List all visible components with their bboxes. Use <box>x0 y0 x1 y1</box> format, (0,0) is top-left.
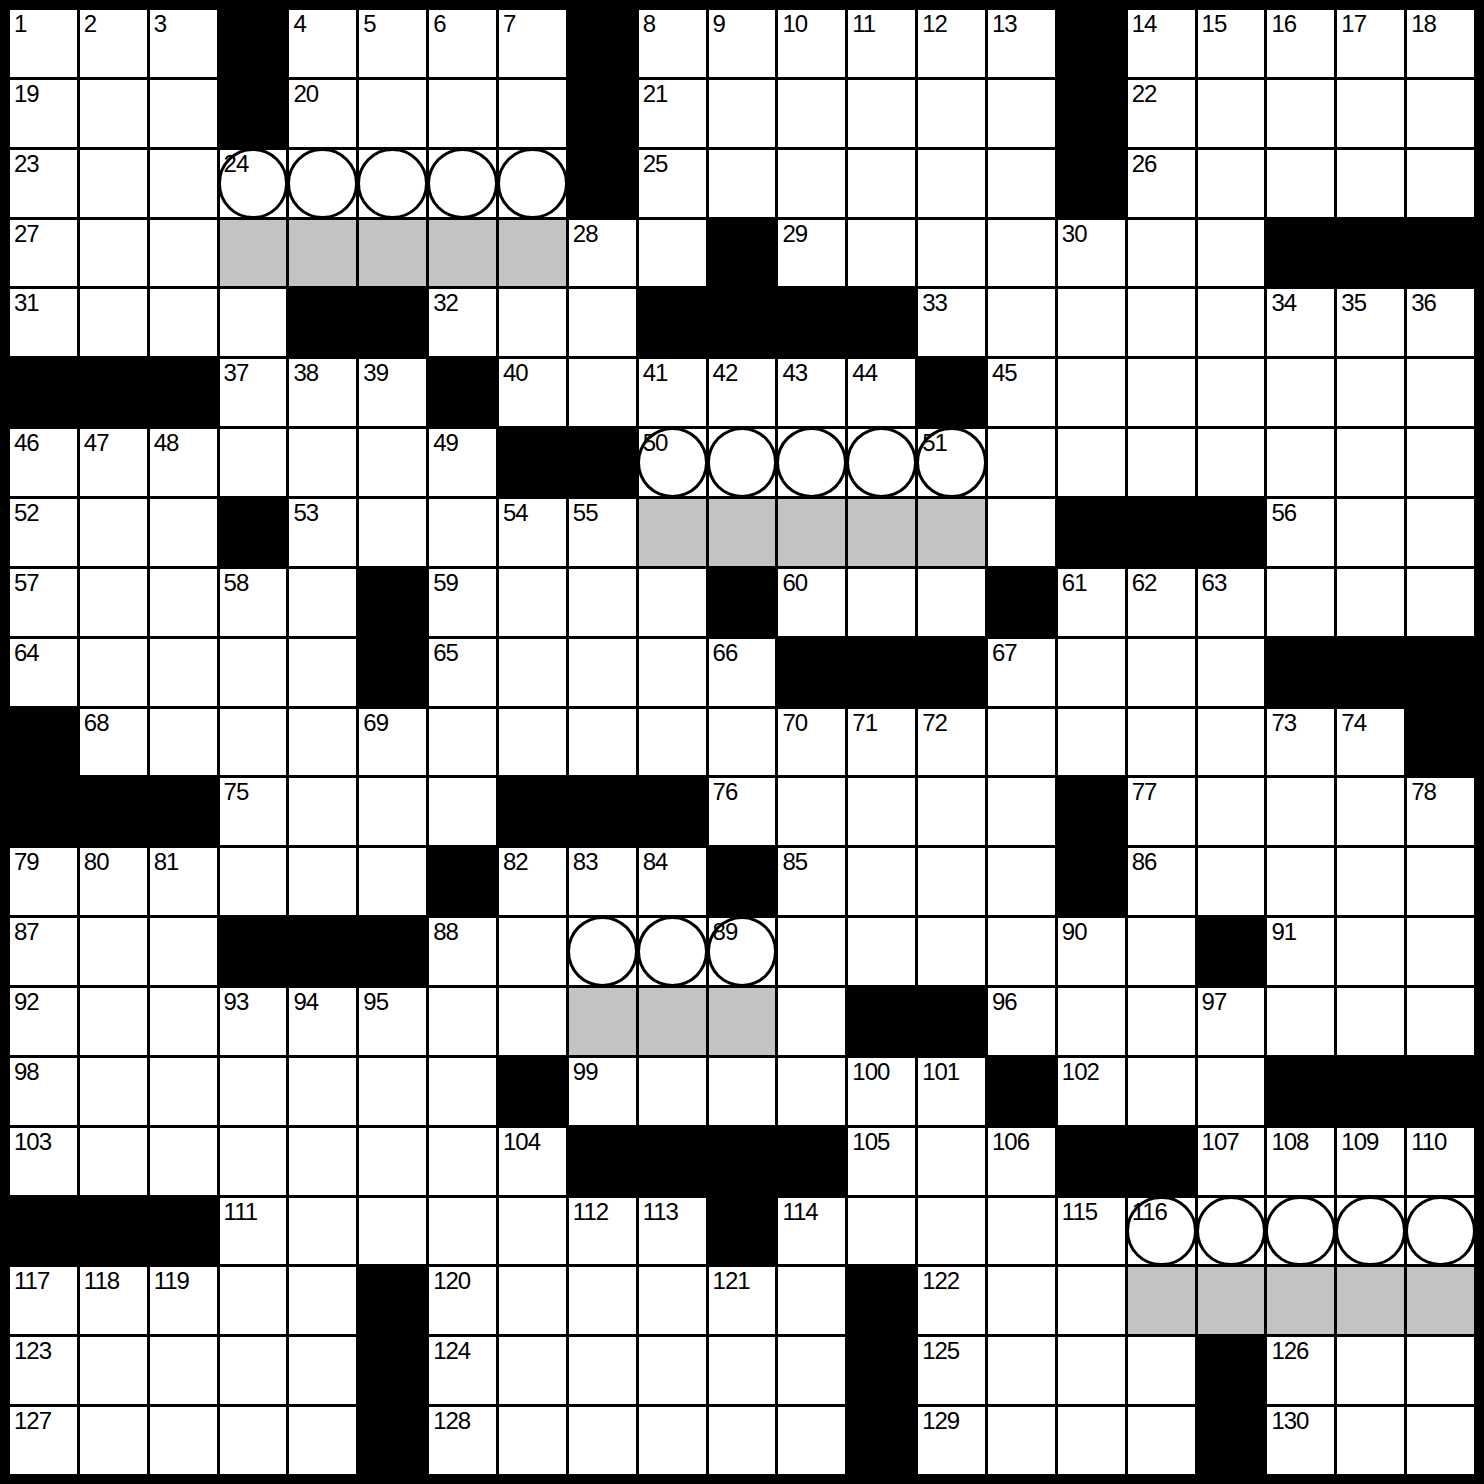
cell-r7c5[interactable] <box>289 429 356 496</box>
cell-r11c15[interactable] <box>988 709 1055 776</box>
cell-r7c4[interactable] <box>220 429 287 496</box>
cell-r20c19[interactable]: 126 <box>1267 1337 1334 1404</box>
cell-r14c8[interactable] <box>499 918 566 985</box>
cell-r4c1[interactable]: 27 <box>10 220 77 287</box>
cell-r14c14[interactable] <box>918 918 985 985</box>
cell-r9c18[interactable]: 63 <box>1198 569 1265 636</box>
cell-r21c10[interactable] <box>639 1407 706 1474</box>
cell-r21c4[interactable] <box>220 1407 287 1474</box>
cell-r2c12[interactable] <box>778 80 845 147</box>
cell-r8c10[interactable] <box>639 499 706 566</box>
cell-r18c20[interactable] <box>1337 1198 1404 1265</box>
cell-r14c17[interactable] <box>1128 918 1195 985</box>
cell-r8c3[interactable] <box>150 499 217 566</box>
cell-r5c18[interactable] <box>1198 289 1265 356</box>
cell-r4c4[interactable] <box>220 220 287 287</box>
cell-r6c11[interactable]: 42 <box>709 359 776 426</box>
cell-r8c21[interactable] <box>1407 499 1474 566</box>
cell-r4c17[interactable] <box>1128 220 1195 287</box>
cell-r1c18[interactable]: 15 <box>1198 10 1265 77</box>
cell-r12c6[interactable] <box>359 778 426 845</box>
cell-r9c13[interactable] <box>848 569 915 636</box>
cell-r12c4[interactable]: 75 <box>220 778 287 845</box>
cell-r3c18[interactable] <box>1198 150 1265 217</box>
cell-r15c15[interactable]: 96 <box>988 988 1055 1055</box>
cell-r15c20[interactable] <box>1337 988 1404 1055</box>
cell-r5c7[interactable]: 32 <box>429 289 496 356</box>
cell-r17c15[interactable]: 106 <box>988 1128 1055 1195</box>
cell-r6c19[interactable] <box>1267 359 1334 426</box>
cell-r15c6[interactable]: 95 <box>359 988 426 1055</box>
cell-r3c8[interactable] <box>499 150 566 217</box>
cell-r3c3[interactable] <box>150 150 217 217</box>
cell-r19c5[interactable] <box>289 1267 356 1334</box>
cell-r14c9[interactable] <box>569 918 636 985</box>
cell-r5c3[interactable] <box>150 289 217 356</box>
cell-r4c2[interactable] <box>80 220 147 287</box>
cell-r16c13[interactable]: 100 <box>848 1058 915 1125</box>
cell-r10c16[interactable] <box>1058 639 1125 706</box>
cell-r19c19[interactable] <box>1267 1267 1334 1334</box>
cell-r7c19[interactable] <box>1267 429 1334 496</box>
cell-r10c11[interactable]: 66 <box>709 639 776 706</box>
cell-r10c9[interactable] <box>569 639 636 706</box>
cell-r16c17[interactable] <box>1128 1058 1195 1125</box>
cell-r7c10[interactable]: 50 <box>639 429 706 496</box>
cell-r2c8[interactable] <box>499 80 566 147</box>
cell-r8c5[interactable]: 53 <box>289 499 356 566</box>
cell-r5c17[interactable] <box>1128 289 1195 356</box>
cell-r19c2[interactable]: 118 <box>80 1267 147 1334</box>
cell-r16c10[interactable] <box>639 1058 706 1125</box>
cell-r6c10[interactable]: 41 <box>639 359 706 426</box>
cell-r12c19[interactable] <box>1267 778 1334 845</box>
cell-r7c1[interactable]: 46 <box>10 429 77 496</box>
cell-r4c12[interactable]: 29 <box>778 220 845 287</box>
cell-r2c15[interactable] <box>988 80 1055 147</box>
cell-r2c14[interactable] <box>918 80 985 147</box>
cell-r14c7[interactable]: 88 <box>429 918 496 985</box>
cell-r8c7[interactable] <box>429 499 496 566</box>
cell-r1c15[interactable]: 13 <box>988 10 1055 77</box>
cell-r13c6[interactable] <box>359 848 426 915</box>
cell-r16c6[interactable] <box>359 1058 426 1125</box>
cell-r17c4[interactable] <box>220 1128 287 1195</box>
cell-r19c18[interactable] <box>1198 1267 1265 1334</box>
cell-r7c6[interactable] <box>359 429 426 496</box>
cell-r11c12[interactable]: 70 <box>778 709 845 776</box>
cell-r9c1[interactable]: 57 <box>10 569 77 636</box>
cell-r19c1[interactable]: 117 <box>10 1267 77 1334</box>
cell-r10c18[interactable] <box>1198 639 1265 706</box>
cell-r18c12[interactable]: 114 <box>778 1198 845 1265</box>
cell-r3c19[interactable] <box>1267 150 1334 217</box>
cell-r16c1[interactable]: 98 <box>10 1058 77 1125</box>
cell-r10c4[interactable] <box>220 639 287 706</box>
cell-r6c4[interactable]: 37 <box>220 359 287 426</box>
cell-r4c7[interactable] <box>429 220 496 287</box>
cell-r14c1[interactable]: 87 <box>10 918 77 985</box>
cell-r13c21[interactable] <box>1407 848 1474 915</box>
cell-r3c7[interactable] <box>429 150 496 217</box>
cell-r5c1[interactable]: 31 <box>10 289 77 356</box>
cell-r4c15[interactable] <box>988 220 1055 287</box>
cell-r18c8[interactable] <box>499 1198 566 1265</box>
cell-r2c18[interactable] <box>1198 80 1265 147</box>
cell-r19c10[interactable] <box>639 1267 706 1334</box>
cell-r21c5[interactable] <box>289 1407 356 1474</box>
cell-r16c4[interactable] <box>220 1058 287 1125</box>
cell-r7c16[interactable] <box>1058 429 1125 496</box>
cell-r9c16[interactable]: 61 <box>1058 569 1125 636</box>
cell-r4c18[interactable] <box>1198 220 1265 287</box>
cell-r7c3[interactable]: 48 <box>150 429 217 496</box>
cell-r1c8[interactable]: 7 <box>499 10 566 77</box>
cell-r3c2[interactable] <box>80 150 147 217</box>
cell-r15c10[interactable] <box>639 988 706 1055</box>
cell-r20c15[interactable] <box>988 1337 1055 1404</box>
cell-r20c4[interactable] <box>220 1337 287 1404</box>
cell-r14c15[interactable] <box>988 918 1055 985</box>
cell-r5c2[interactable] <box>80 289 147 356</box>
cell-r12c5[interactable] <box>289 778 356 845</box>
cell-r21c9[interactable] <box>569 1407 636 1474</box>
cell-r12c11[interactable]: 76 <box>709 778 776 845</box>
cell-r17c7[interactable] <box>429 1128 496 1195</box>
cell-r18c16[interactable]: 115 <box>1058 1198 1125 1265</box>
cell-r20c1[interactable]: 123 <box>10 1337 77 1404</box>
cell-r16c7[interactable] <box>429 1058 496 1125</box>
cell-r17c21[interactable]: 110 <box>1407 1128 1474 1195</box>
cell-r14c10[interactable] <box>639 918 706 985</box>
cell-r15c3[interactable] <box>150 988 217 1055</box>
cell-r4c8[interactable] <box>499 220 566 287</box>
cell-r16c5[interactable] <box>289 1058 356 1125</box>
cell-r15c1[interactable]: 92 <box>10 988 77 1055</box>
cell-r21c11[interactable] <box>709 1407 776 1474</box>
cell-r13c14[interactable] <box>918 848 985 915</box>
cell-r7c21[interactable] <box>1407 429 1474 496</box>
cell-r9c9[interactable] <box>569 569 636 636</box>
cell-r1c2[interactable]: 2 <box>80 10 147 77</box>
cell-r9c17[interactable]: 62 <box>1128 569 1195 636</box>
cell-r9c5[interactable] <box>289 569 356 636</box>
cell-r17c18[interactable]: 107 <box>1198 1128 1265 1195</box>
cell-r15c5[interactable]: 94 <box>289 988 356 1055</box>
cell-r13c5[interactable] <box>289 848 356 915</box>
cell-r17c3[interactable] <box>150 1128 217 1195</box>
cell-r5c15[interactable] <box>988 289 1055 356</box>
cell-r11c6[interactable]: 69 <box>359 709 426 776</box>
cell-r18c17[interactable]: 116 <box>1128 1198 1195 1265</box>
cell-r8c12[interactable] <box>778 499 845 566</box>
cell-r1c5[interactable]: 4 <box>289 10 356 77</box>
cell-r11c2[interactable]: 68 <box>80 709 147 776</box>
cell-r6c18[interactable] <box>1198 359 1265 426</box>
cell-r5c9[interactable] <box>569 289 636 356</box>
cell-r19c11[interactable]: 121 <box>709 1267 776 1334</box>
cell-r11c16[interactable] <box>1058 709 1125 776</box>
cell-r14c16[interactable]: 90 <box>1058 918 1125 985</box>
cell-r10c17[interactable] <box>1128 639 1195 706</box>
cell-r5c19[interactable]: 34 <box>1267 289 1334 356</box>
cell-r11c18[interactable] <box>1198 709 1265 776</box>
cell-r18c6[interactable] <box>359 1198 426 1265</box>
cell-r9c3[interactable] <box>150 569 217 636</box>
cell-r20c14[interactable]: 125 <box>918 1337 985 1404</box>
cell-r17c19[interactable]: 108 <box>1267 1128 1334 1195</box>
cell-r4c9[interactable]: 28 <box>569 220 636 287</box>
cell-r15c12[interactable] <box>778 988 845 1055</box>
cell-r15c17[interactable] <box>1128 988 1195 1055</box>
cell-r1c6[interactable]: 5 <box>359 10 426 77</box>
cell-r21c14[interactable]: 129 <box>918 1407 985 1474</box>
cell-r13c2[interactable]: 80 <box>80 848 147 915</box>
cell-r18c10[interactable]: 113 <box>639 1198 706 1265</box>
cell-r11c13[interactable]: 71 <box>848 709 915 776</box>
cell-r5c21[interactable]: 36 <box>1407 289 1474 356</box>
cell-r14c12[interactable] <box>778 918 845 985</box>
cell-r8c14[interactable] <box>918 499 985 566</box>
cell-r21c21[interactable] <box>1407 1407 1474 1474</box>
cell-r7c17[interactable] <box>1128 429 1195 496</box>
cell-r21c16[interactable] <box>1058 1407 1125 1474</box>
cell-r8c2[interactable] <box>80 499 147 566</box>
cell-r1c19[interactable]: 16 <box>1267 10 1334 77</box>
cell-r13c15[interactable] <box>988 848 1055 915</box>
cell-r13c19[interactable] <box>1267 848 1334 915</box>
cell-r11c20[interactable]: 74 <box>1337 709 1404 776</box>
cell-r10c8[interactable] <box>499 639 566 706</box>
cell-r9c14[interactable] <box>918 569 985 636</box>
cell-r18c19[interactable] <box>1267 1198 1334 1265</box>
cell-r3c21[interactable] <box>1407 150 1474 217</box>
cell-r11c8[interactable] <box>499 709 566 776</box>
cell-r6c13[interactable]: 44 <box>848 359 915 426</box>
cell-r20c16[interactable] <box>1058 1337 1125 1404</box>
cell-r10c2[interactable] <box>80 639 147 706</box>
cell-r1c3[interactable]: 3 <box>150 10 217 77</box>
cell-r20c2[interactable] <box>80 1337 147 1404</box>
cell-r7c18[interactable] <box>1198 429 1265 496</box>
cell-r3c6[interactable] <box>359 150 426 217</box>
cell-r21c7[interactable]: 128 <box>429 1407 496 1474</box>
cell-r2c11[interactable] <box>709 80 776 147</box>
cell-r14c20[interactable] <box>1337 918 1404 985</box>
cell-r7c11[interactable] <box>709 429 776 496</box>
cell-r12c21[interactable]: 78 <box>1407 778 1474 845</box>
cell-r1c17[interactable]: 14 <box>1128 10 1195 77</box>
cell-r9c7[interactable]: 59 <box>429 569 496 636</box>
cell-r7c7[interactable]: 49 <box>429 429 496 496</box>
cell-r8c6[interactable] <box>359 499 426 566</box>
cell-r3c1[interactable]: 23 <box>10 150 77 217</box>
cell-r15c9[interactable] <box>569 988 636 1055</box>
cell-r3c10[interactable]: 25 <box>639 150 706 217</box>
cell-r6c6[interactable]: 39 <box>359 359 426 426</box>
cell-r15c21[interactable] <box>1407 988 1474 1055</box>
cell-r8c20[interactable] <box>1337 499 1404 566</box>
cell-r18c21[interactable] <box>1407 1198 1474 1265</box>
cell-r17c8[interactable]: 104 <box>499 1128 566 1195</box>
cell-r9c4[interactable]: 58 <box>220 569 287 636</box>
cell-r1c13[interactable]: 11 <box>848 10 915 77</box>
cell-r1c12[interactable]: 10 <box>778 10 845 77</box>
cell-r1c20[interactable]: 17 <box>1337 10 1404 77</box>
cell-r2c13[interactable] <box>848 80 915 147</box>
cell-r4c13[interactable] <box>848 220 915 287</box>
cell-r16c3[interactable] <box>150 1058 217 1125</box>
cell-r13c20[interactable] <box>1337 848 1404 915</box>
cell-r13c1[interactable]: 79 <box>10 848 77 915</box>
cell-r6c12[interactable]: 43 <box>778 359 845 426</box>
cell-r19c3[interactable]: 119 <box>150 1267 217 1334</box>
cell-r12c18[interactable] <box>1198 778 1265 845</box>
cell-r13c13[interactable] <box>848 848 915 915</box>
cell-r3c5[interactable] <box>289 150 356 217</box>
cell-r5c4[interactable] <box>220 289 287 356</box>
cell-r2c10[interactable]: 21 <box>639 80 706 147</box>
cell-r13c12[interactable]: 85 <box>778 848 845 915</box>
cell-r21c17[interactable] <box>1128 1407 1195 1474</box>
cell-r15c16[interactable] <box>1058 988 1125 1055</box>
cell-r19c12[interactable] <box>778 1267 845 1334</box>
cell-r17c6[interactable] <box>359 1128 426 1195</box>
cell-r6c16[interactable] <box>1058 359 1125 426</box>
cell-r20c3[interactable] <box>150 1337 217 1404</box>
cell-r3c11[interactable] <box>709 150 776 217</box>
cell-r3c14[interactable] <box>918 150 985 217</box>
cell-r21c2[interactable] <box>80 1407 147 1474</box>
cell-r19c17[interactable] <box>1128 1267 1195 1334</box>
cell-r14c13[interactable] <box>848 918 915 985</box>
cell-r9c19[interactable] <box>1267 569 1334 636</box>
cell-r13c9[interactable]: 83 <box>569 848 636 915</box>
cell-r9c8[interactable] <box>499 569 566 636</box>
cell-r13c10[interactable]: 84 <box>639 848 706 915</box>
cell-r4c10[interactable] <box>639 220 706 287</box>
cell-r2c3[interactable] <box>150 80 217 147</box>
cell-r16c9[interactable]: 99 <box>569 1058 636 1125</box>
cell-r17c1[interactable]: 103 <box>10 1128 77 1195</box>
cell-r6c9[interactable] <box>569 359 636 426</box>
cell-r13c3[interactable]: 81 <box>150 848 217 915</box>
cell-r8c1[interactable]: 52 <box>10 499 77 566</box>
cell-r19c21[interactable] <box>1407 1267 1474 1334</box>
cell-r15c11[interactable] <box>709 988 776 1055</box>
cell-r13c4[interactable] <box>220 848 287 915</box>
cell-r17c14[interactable] <box>918 1128 985 1195</box>
cell-r18c14[interactable] <box>918 1198 985 1265</box>
cell-r2c5[interactable]: 20 <box>289 80 356 147</box>
cell-r2c20[interactable] <box>1337 80 1404 147</box>
cell-r15c7[interactable] <box>429 988 496 1055</box>
cell-r12c17[interactable]: 77 <box>1128 778 1195 845</box>
cell-r12c13[interactable] <box>848 778 915 845</box>
cell-r20c17[interactable] <box>1128 1337 1195 1404</box>
cell-r1c1[interactable]: 1 <box>10 10 77 77</box>
cell-r11c10[interactable] <box>639 709 706 776</box>
cell-r19c8[interactable] <box>499 1267 566 1334</box>
cell-r1c14[interactable]: 12 <box>918 10 985 77</box>
cell-r7c12[interactable] <box>778 429 845 496</box>
cell-r18c9[interactable]: 112 <box>569 1198 636 1265</box>
cell-r3c20[interactable] <box>1337 150 1404 217</box>
cell-r16c11[interactable] <box>709 1058 776 1125</box>
cell-r15c4[interactable]: 93 <box>220 988 287 1055</box>
cell-r5c14[interactable]: 33 <box>918 289 985 356</box>
cell-r7c20[interactable] <box>1337 429 1404 496</box>
cell-r5c20[interactable]: 35 <box>1337 289 1404 356</box>
cell-r13c17[interactable]: 86 <box>1128 848 1195 915</box>
cell-r15c19[interactable] <box>1267 988 1334 1055</box>
cell-r11c5[interactable] <box>289 709 356 776</box>
cell-r8c15[interactable] <box>988 499 1055 566</box>
cell-r8c9[interactable]: 55 <box>569 499 636 566</box>
cell-r14c2[interactable] <box>80 918 147 985</box>
cell-r10c15[interactable]: 67 <box>988 639 1055 706</box>
cell-r4c5[interactable] <box>289 220 356 287</box>
cell-r2c1[interactable]: 19 <box>10 80 77 147</box>
cell-r19c14[interactable]: 122 <box>918 1267 985 1334</box>
cell-r7c2[interactable]: 47 <box>80 429 147 496</box>
cell-r16c18[interactable] <box>1198 1058 1265 1125</box>
cell-r11c3[interactable] <box>150 709 217 776</box>
cell-r1c10[interactable]: 8 <box>639 10 706 77</box>
cell-r4c6[interactable] <box>359 220 426 287</box>
cell-r9c2[interactable] <box>80 569 147 636</box>
cell-r16c12[interactable] <box>778 1058 845 1125</box>
cell-r11c7[interactable] <box>429 709 496 776</box>
cell-r14c3[interactable] <box>150 918 217 985</box>
cell-r17c5[interactable] <box>289 1128 356 1195</box>
cell-r17c2[interactable] <box>80 1128 147 1195</box>
cell-r16c14[interactable]: 101 <box>918 1058 985 1125</box>
cell-r20c8[interactable] <box>499 1337 566 1404</box>
cell-r15c18[interactable]: 97 <box>1198 988 1265 1055</box>
cell-r19c4[interactable] <box>220 1267 287 1334</box>
cell-r3c17[interactable]: 26 <box>1128 150 1195 217</box>
cell-r6c21[interactable] <box>1407 359 1474 426</box>
cell-r6c15[interactable]: 45 <box>988 359 1055 426</box>
cell-r2c21[interactable] <box>1407 80 1474 147</box>
cell-r7c14[interactable]: 51 <box>918 429 985 496</box>
cell-r18c5[interactable] <box>289 1198 356 1265</box>
cell-r8c13[interactable] <box>848 499 915 566</box>
cell-r21c1[interactable]: 127 <box>10 1407 77 1474</box>
cell-r10c3[interactable] <box>150 639 217 706</box>
cell-r17c13[interactable]: 105 <box>848 1128 915 1195</box>
cell-r6c20[interactable] <box>1337 359 1404 426</box>
cell-r12c12[interactable] <box>778 778 845 845</box>
cell-r11c4[interactable] <box>220 709 287 776</box>
cell-r21c15[interactable] <box>988 1407 1055 1474</box>
cell-r20c7[interactable]: 124 <box>429 1337 496 1404</box>
cell-r13c18[interactable] <box>1198 848 1265 915</box>
cell-r18c18[interactable] <box>1198 1198 1265 1265</box>
cell-r9c21[interactable] <box>1407 569 1474 636</box>
cell-r13c8[interactable]: 82 <box>499 848 566 915</box>
cell-r20c11[interactable] <box>709 1337 776 1404</box>
cell-r10c7[interactable]: 65 <box>429 639 496 706</box>
cell-r18c15[interactable] <box>988 1198 1055 1265</box>
cell-r20c21[interactable] <box>1407 1337 1474 1404</box>
cell-r9c12[interactable]: 60 <box>778 569 845 636</box>
cell-r6c8[interactable]: 40 <box>499 359 566 426</box>
cell-r11c14[interactable]: 72 <box>918 709 985 776</box>
cell-r3c13[interactable] <box>848 150 915 217</box>
cell-r21c12[interactable] <box>778 1407 845 1474</box>
